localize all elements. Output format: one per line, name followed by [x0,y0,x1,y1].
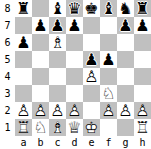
rank-labels: 87654321 [0,0,15,136]
square-h1[interactable]: ♜♖ [134,119,151,136]
square-a6[interactable]: ♟ [15,34,32,51]
piece-black-pawn: ♟ [117,17,134,34]
square-d6[interactable] [66,34,83,51]
square-b5[interactable] [32,51,49,68]
rank-label-5: 5 [0,51,15,68]
piece-white-knight-fill: ♞ [100,85,117,102]
square-g2[interactable]: ♟♙ [117,102,134,119]
square-a4[interactable] [15,68,32,85]
square-b2[interactable]: ♟♙ [32,102,49,119]
square-e6[interactable] [83,34,100,51]
piece-white-pawn: ♙ [83,68,100,85]
square-d8[interactable]: ♛ [66,0,83,17]
square-b3[interactable] [32,85,49,102]
piece-white-pawn-fill: ♟ [49,102,66,119]
square-e2[interactable] [83,102,100,119]
file-label-f: f [100,136,117,149]
piece-black-bishop: ♝ [49,0,66,17]
square-d3[interactable] [66,85,83,102]
square-g7[interactable]: ♟ [117,17,134,34]
piece-white-queen: ♕ [66,119,83,136]
square-c3[interactable] [49,85,66,102]
piece-black-pawn: ♟ [134,17,151,34]
file-label-e: e [83,136,100,149]
square-e3[interactable] [83,85,100,102]
piece-white-pawn-fill: ♟ [117,102,134,119]
square-c5[interactable] [49,51,66,68]
square-h3[interactable] [134,85,151,102]
piece-white-pawn-fill: ♟ [32,102,49,119]
square-d1[interactable]: ♛♕ [66,119,83,136]
square-a7[interactable] [15,17,32,34]
square-c1[interactable]: ♝♗ [49,119,66,136]
file-label-g: g [117,136,134,149]
piece-white-pawn: ♙ [32,102,49,119]
piece-white-knight: ♘ [100,85,117,102]
piece-white-bishop-fill: ♝ [49,119,66,136]
piece-black-queen: ♛ [66,0,83,17]
square-f7[interactable] [100,17,117,34]
square-h4[interactable] [134,68,151,85]
square-b4[interactable] [32,68,49,85]
square-a5[interactable] [15,51,32,68]
file-label-h: h [134,136,151,149]
piece-black-rook: ♜ [15,0,32,17]
square-d5[interactable] [66,51,83,68]
square-a8[interactable]: ♜ [15,0,32,17]
square-f2[interactable]: ♟♙ [100,102,117,119]
chessboard-app: 87654321 ♜♝♛♚♝♞♜♟♟♟♟♟♟♝♗♟♟♟♙♞♘♟♙♟♙♟♙♟♙♟♙… [0,0,151,149]
square-e5[interactable]: ♟ [83,51,100,68]
square-f3[interactable]: ♞♘ [100,85,117,102]
square-d2[interactable]: ♟♙ [66,102,83,119]
square-h6[interactable] [134,34,151,51]
square-b7[interactable]: ♟ [32,17,49,34]
rank-label-8: 8 [0,0,15,17]
square-g8[interactable]: ♞ [117,0,134,17]
piece-black-pawn: ♟ [15,34,32,51]
file-label-d: d [66,136,83,149]
square-f8[interactable]: ♝ [100,0,117,17]
square-c6[interactable]: ♝♗ [49,34,66,51]
rank-label-1: 1 [0,119,15,136]
square-h5[interactable] [134,51,151,68]
square-c7[interactable]: ♟ [49,17,66,34]
piece-black-pawn: ♟ [100,51,117,68]
piece-white-rook-fill: ♜ [134,119,151,136]
piece-black-pawn: ♟ [49,17,66,34]
piece-white-knight: ♘ [32,119,49,136]
square-h8[interactable]: ♜ [134,0,151,17]
piece-white-pawn: ♙ [100,102,117,119]
piece-white-rook: ♖ [15,119,32,136]
square-d4[interactable] [66,68,83,85]
piece-white-pawn-fill: ♟ [100,102,117,119]
rank-label-2: 2 [0,102,15,119]
square-h7[interactable]: ♟ [134,17,151,34]
square-f4[interactable] [100,68,117,85]
square-e7[interactable] [83,17,100,34]
square-g3[interactable] [117,85,134,102]
square-f5[interactable]: ♟ [100,51,117,68]
square-c2[interactable]: ♟♙ [49,102,66,119]
piece-white-rook: ♖ [134,119,151,136]
piece-white-queen-fill: ♛ [66,119,83,136]
piece-white-bishop-fill: ♝ [49,34,66,51]
square-b1[interactable]: ♞♘ [32,119,49,136]
piece-white-pawn: ♙ [66,102,83,119]
piece-white-pawn: ♙ [117,102,134,119]
piece-white-bishop: ♗ [49,119,66,136]
piece-black-pawn: ♟ [83,51,100,68]
file-label-b: b [32,136,49,149]
piece-black-king: ♚ [83,0,100,17]
square-f6[interactable] [100,34,117,51]
piece-white-pawn: ♙ [15,102,32,119]
rank-label-6: 6 [0,34,15,51]
square-a1[interactable]: ♜♖ [15,119,32,136]
square-d7[interactable]: ♟ [66,17,83,34]
piece-white-pawn-fill: ♟ [66,102,83,119]
square-e8[interactable]: ♚ [83,0,100,17]
piece-white-rook-fill: ♜ [15,119,32,136]
file-label-a: a [15,136,32,149]
piece-black-pawn: ♟ [66,17,83,34]
rank-label-7: 7 [0,17,15,34]
piece-white-pawn: ♙ [134,102,151,119]
square-e4[interactable]: ♟♙ [83,68,100,85]
piece-black-knight: ♞ [117,0,134,17]
piece-white-bishop: ♗ [49,34,66,51]
piece-white-knight-fill: ♞ [32,119,49,136]
square-b8[interactable] [32,0,49,17]
square-h2[interactable]: ♟♙ [134,102,151,119]
square-a2[interactable]: ♟♙ [15,102,32,119]
square-e1[interactable]: ♚♔ [83,119,100,136]
square-g1[interactable] [117,119,134,136]
piece-white-pawn-fill: ♟ [83,68,100,85]
piece-black-bishop: ♝ [100,0,117,17]
square-g5[interactable] [117,51,134,68]
piece-black-pawn: ♟ [32,17,49,34]
rank-label-3: 3 [0,85,15,102]
piece-white-pawn: ♙ [49,102,66,119]
piece-black-rook: ♜ [134,0,151,17]
chessboard: ♜♝♛♚♝♞♜♟♟♟♟♟♟♝♗♟♟♟♙♞♘♟♙♟♙♟♙♟♙♟♙♟♙♟♙♜♖♞♘♝… [15,0,151,136]
square-a3[interactable] [15,85,32,102]
square-f1[interactable] [100,119,117,136]
square-c4[interactable] [49,68,66,85]
square-c8[interactable]: ♝ [49,0,66,17]
square-b6[interactable] [32,34,49,51]
rank-label-4: 4 [0,68,15,85]
piece-white-king: ♔ [83,119,100,136]
square-g4[interactable] [117,68,134,85]
file-label-c: c [49,136,66,149]
piece-white-king-fill: ♚ [83,119,100,136]
square-g6[interactable] [117,34,134,51]
piece-white-pawn-fill: ♟ [15,102,32,119]
piece-white-pawn-fill: ♟ [134,102,151,119]
file-labels: abcdefgh [15,136,151,149]
